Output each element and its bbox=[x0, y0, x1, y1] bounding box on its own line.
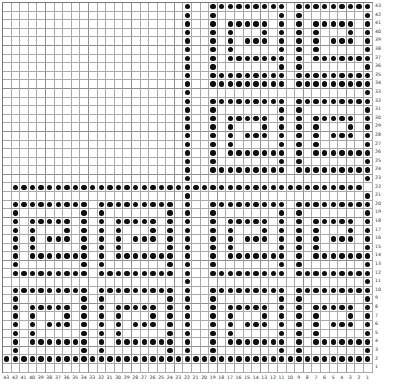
chart-cell bbox=[20, 63, 29, 72]
chart-cell bbox=[37, 287, 46, 296]
chart-cell bbox=[89, 244, 98, 253]
chart-cell bbox=[355, 46, 364, 55]
chart-cell bbox=[166, 252, 175, 261]
chart-cell bbox=[29, 244, 38, 253]
chart-cell bbox=[98, 235, 107, 244]
chart-cell bbox=[269, 55, 278, 64]
chart-cell bbox=[46, 269, 55, 278]
chart-cell bbox=[72, 183, 81, 192]
chart-cell bbox=[63, 244, 72, 253]
chart-cell bbox=[209, 244, 218, 253]
chart-cell bbox=[3, 226, 12, 235]
chart-cell bbox=[287, 123, 296, 132]
chart-cell bbox=[347, 158, 356, 167]
chart-cell bbox=[330, 261, 339, 270]
chart-cell bbox=[218, 89, 227, 98]
chart-cell bbox=[149, 20, 158, 29]
chart-cell bbox=[141, 3, 150, 12]
chart-cell bbox=[175, 29, 184, 38]
chart-cell bbox=[175, 355, 184, 364]
chart-cell bbox=[72, 63, 81, 72]
chart-cell bbox=[287, 80, 296, 89]
chart-cell bbox=[347, 46, 356, 55]
chart-cell bbox=[89, 89, 98, 98]
chart-cell bbox=[278, 89, 287, 98]
chart-cell bbox=[364, 149, 373, 158]
chart-cell bbox=[106, 347, 115, 356]
chart-cell bbox=[295, 312, 304, 321]
chart-cell bbox=[3, 364, 12, 373]
chart-cell bbox=[123, 175, 132, 184]
chart-cell bbox=[192, 330, 201, 339]
chart-cell bbox=[166, 235, 175, 244]
chart-cell bbox=[278, 321, 287, 330]
chart-cell bbox=[347, 347, 356, 356]
chart-cell bbox=[304, 106, 313, 115]
chart-cell bbox=[330, 278, 339, 287]
chart-cell bbox=[261, 330, 270, 339]
chart-cell bbox=[304, 29, 313, 38]
chart-cell bbox=[55, 132, 64, 141]
chart-cell bbox=[80, 278, 89, 287]
column-label: 9 bbox=[294, 375, 303, 380]
chart-cell bbox=[330, 235, 339, 244]
chart-cell bbox=[355, 312, 364, 321]
column-label: 39 bbox=[36, 375, 45, 380]
column-label: 29 bbox=[122, 375, 131, 380]
chart-cell bbox=[209, 330, 218, 339]
chart-cell bbox=[355, 63, 364, 72]
row-label: 6 bbox=[375, 320, 397, 329]
chart-cell bbox=[347, 20, 356, 29]
chart-cell bbox=[46, 63, 55, 72]
chart-cell bbox=[252, 269, 261, 278]
chart-cell bbox=[218, 80, 227, 89]
column-label: 10 bbox=[286, 375, 295, 380]
chart-cell bbox=[338, 123, 347, 132]
chart-cell bbox=[226, 192, 235, 201]
chart-cell bbox=[269, 29, 278, 38]
column-label: 8 bbox=[303, 375, 312, 380]
chart-cell bbox=[330, 141, 339, 150]
chart-cell bbox=[295, 175, 304, 184]
chart-cell bbox=[141, 149, 150, 158]
row-label: 22 bbox=[375, 183, 397, 192]
chart-cell bbox=[149, 89, 158, 98]
chart-cell bbox=[46, 89, 55, 98]
chart-cell bbox=[115, 209, 124, 218]
chart-cell bbox=[244, 29, 253, 38]
chart-cell bbox=[269, 218, 278, 227]
chart-cell bbox=[183, 132, 192, 141]
chart-cell bbox=[295, 192, 304, 201]
chart-cell bbox=[304, 261, 313, 270]
chart-cell bbox=[201, 209, 210, 218]
chart-cell bbox=[141, 330, 150, 339]
chart-cell bbox=[261, 158, 270, 167]
chart-cell bbox=[80, 20, 89, 29]
column-label: 6 bbox=[320, 375, 329, 380]
chart-cell bbox=[201, 37, 210, 46]
chart-cell bbox=[98, 244, 107, 253]
chart-cell bbox=[123, 89, 132, 98]
chart-cell bbox=[235, 209, 244, 218]
chart-cell bbox=[312, 192, 321, 201]
chart-cell bbox=[312, 63, 321, 72]
chart-cell bbox=[235, 192, 244, 201]
chart-cell bbox=[312, 355, 321, 364]
chart-cell bbox=[364, 278, 373, 287]
chart-cell bbox=[321, 235, 330, 244]
chart-cell bbox=[20, 235, 29, 244]
chart-cell bbox=[244, 115, 253, 124]
chart-cell bbox=[209, 98, 218, 107]
chart-cell bbox=[175, 330, 184, 339]
chart-cell bbox=[321, 364, 330, 373]
chart-cell bbox=[80, 80, 89, 89]
chart-cell bbox=[287, 106, 296, 115]
chart-cell bbox=[252, 141, 261, 150]
chart-cell bbox=[12, 106, 21, 115]
chart-cell bbox=[37, 330, 46, 339]
chart-cell bbox=[244, 209, 253, 218]
chart-cell bbox=[295, 166, 304, 175]
chart-cell bbox=[29, 98, 38, 107]
chart-cell bbox=[63, 46, 72, 55]
chart-cell bbox=[312, 201, 321, 210]
chart-cell bbox=[141, 106, 150, 115]
chart-cell bbox=[364, 304, 373, 313]
chart-cell bbox=[252, 115, 261, 124]
chart-cell bbox=[287, 278, 296, 287]
chart-cell bbox=[3, 218, 12, 227]
chart-cell bbox=[98, 261, 107, 270]
chart-cell bbox=[330, 304, 339, 313]
chart-cell bbox=[312, 304, 321, 313]
chart-cell bbox=[330, 80, 339, 89]
chart-cell bbox=[347, 72, 356, 81]
chart-cell bbox=[287, 3, 296, 12]
chart-cell bbox=[226, 269, 235, 278]
chart-cell bbox=[72, 347, 81, 356]
chart-cell bbox=[55, 226, 64, 235]
chart-cell bbox=[304, 209, 313, 218]
chart-cell bbox=[252, 330, 261, 339]
chart-cell bbox=[29, 278, 38, 287]
chart-cell bbox=[3, 89, 12, 98]
chart-cell bbox=[278, 106, 287, 115]
chart-cell bbox=[106, 72, 115, 81]
chart-cell bbox=[347, 115, 356, 124]
chart-cell bbox=[261, 106, 270, 115]
chart-cell bbox=[192, 149, 201, 158]
chart-cell bbox=[295, 98, 304, 107]
chart-cell bbox=[304, 226, 313, 235]
chart-cell bbox=[338, 80, 347, 89]
chart-cell bbox=[347, 364, 356, 373]
chart-cell bbox=[218, 115, 227, 124]
column-label: 7 bbox=[312, 375, 321, 380]
chart-cell bbox=[55, 183, 64, 192]
chart-cell bbox=[37, 98, 46, 107]
chart-cell bbox=[347, 304, 356, 313]
chart-cell bbox=[37, 166, 46, 175]
chart-cell bbox=[235, 3, 244, 12]
chart-cell bbox=[183, 261, 192, 270]
chart-cell bbox=[244, 312, 253, 321]
chart-cell bbox=[89, 295, 98, 304]
chart-cell bbox=[20, 175, 29, 184]
chart-cell bbox=[63, 278, 72, 287]
chart-cell bbox=[201, 269, 210, 278]
chart-cell bbox=[98, 321, 107, 330]
chart-cell bbox=[141, 312, 150, 321]
chart-cell bbox=[149, 115, 158, 124]
chart-cell bbox=[29, 115, 38, 124]
chart-cell bbox=[115, 158, 124, 167]
chart-cell bbox=[312, 141, 321, 150]
chart-cell bbox=[347, 29, 356, 38]
chart-cell bbox=[89, 149, 98, 158]
chart-cell bbox=[72, 98, 81, 107]
chart-cell bbox=[166, 158, 175, 167]
chart-cell bbox=[183, 89, 192, 98]
column-label: 20 bbox=[200, 375, 209, 380]
chart-cell bbox=[304, 364, 313, 373]
chart-cell bbox=[330, 123, 339, 132]
chart-cell bbox=[295, 183, 304, 192]
chart-cell bbox=[37, 209, 46, 218]
chart-cell bbox=[12, 98, 21, 107]
chart-cell bbox=[355, 158, 364, 167]
chart-cell bbox=[98, 201, 107, 210]
chart-cell bbox=[261, 37, 270, 46]
chart-cell bbox=[235, 72, 244, 81]
chart-cell bbox=[123, 338, 132, 347]
chart-cell bbox=[218, 261, 227, 270]
chart-cell bbox=[46, 132, 55, 141]
chart-cell bbox=[80, 209, 89, 218]
chart-cell bbox=[72, 141, 81, 150]
chart-cell bbox=[123, 37, 132, 46]
chart-cell bbox=[355, 175, 364, 184]
row-label: 32 bbox=[375, 97, 397, 106]
chart-cell bbox=[269, 80, 278, 89]
chart-cell bbox=[364, 12, 373, 21]
chart-cell bbox=[330, 29, 339, 38]
chart-cell bbox=[89, 141, 98, 150]
chart-cell bbox=[166, 347, 175, 356]
chart-cell bbox=[252, 192, 261, 201]
chart-cell bbox=[235, 261, 244, 270]
chart-cell bbox=[89, 123, 98, 132]
chart-cell bbox=[3, 166, 12, 175]
chart-cell bbox=[98, 209, 107, 218]
chart-cell bbox=[63, 295, 72, 304]
chart-cell bbox=[12, 192, 21, 201]
chart-cell bbox=[89, 106, 98, 115]
chart-cell bbox=[63, 218, 72, 227]
chart-cell bbox=[166, 201, 175, 210]
chart-cell bbox=[115, 123, 124, 132]
chart-cell bbox=[269, 226, 278, 235]
chart-cell bbox=[287, 72, 296, 81]
chart-cell bbox=[158, 226, 167, 235]
chart-cell bbox=[218, 183, 227, 192]
chart-cell bbox=[29, 46, 38, 55]
chart-cell bbox=[304, 287, 313, 296]
chart-cell bbox=[37, 364, 46, 373]
chart-cell bbox=[244, 55, 253, 64]
chart-cell bbox=[287, 226, 296, 235]
chart-cell bbox=[89, 347, 98, 356]
chart-cell bbox=[338, 46, 347, 55]
chart-cell bbox=[149, 72, 158, 81]
chart-cell bbox=[201, 278, 210, 287]
chart-cell bbox=[226, 226, 235, 235]
chart-cell bbox=[287, 244, 296, 253]
chart-cell bbox=[226, 252, 235, 261]
chart-cell bbox=[269, 63, 278, 72]
chart-cell bbox=[226, 158, 235, 167]
chart-cell bbox=[269, 252, 278, 261]
chart-cell bbox=[63, 192, 72, 201]
chart-cell bbox=[321, 347, 330, 356]
chart-cell bbox=[80, 226, 89, 235]
chart-cell bbox=[321, 321, 330, 330]
chart-cell bbox=[46, 141, 55, 150]
chart-cell bbox=[261, 201, 270, 210]
chart-cell bbox=[364, 158, 373, 167]
chart-cell bbox=[295, 80, 304, 89]
chart-cell bbox=[364, 261, 373, 270]
chart-cell bbox=[201, 63, 210, 72]
chart-cell bbox=[106, 269, 115, 278]
chart-cell bbox=[347, 55, 356, 64]
chart-cell bbox=[321, 287, 330, 296]
chart-cell bbox=[132, 29, 141, 38]
chart-cell bbox=[244, 141, 253, 150]
chart-cell bbox=[338, 37, 347, 46]
row-label: 34 bbox=[375, 79, 397, 88]
chart-cell bbox=[269, 132, 278, 141]
chart-cell bbox=[209, 72, 218, 81]
chart-cell bbox=[29, 166, 38, 175]
chart-cell bbox=[29, 63, 38, 72]
chart-cell bbox=[175, 3, 184, 12]
chart-cell bbox=[63, 141, 72, 150]
chart-cell bbox=[244, 149, 253, 158]
column-label: 3 bbox=[346, 375, 355, 380]
chart-cell bbox=[3, 3, 12, 12]
chart-cell bbox=[12, 347, 21, 356]
chart-cell bbox=[278, 226, 287, 235]
chart-cell bbox=[201, 89, 210, 98]
chart-cell bbox=[304, 312, 313, 321]
chart-cell bbox=[295, 218, 304, 227]
chart-cell bbox=[80, 175, 89, 184]
chart-cell bbox=[123, 235, 132, 244]
chart-cell bbox=[278, 132, 287, 141]
chart-cell bbox=[304, 330, 313, 339]
chart-cell bbox=[218, 338, 227, 347]
chart-cell bbox=[338, 347, 347, 356]
chart-cell bbox=[149, 338, 158, 347]
chart-cell bbox=[166, 149, 175, 158]
chart-cell bbox=[3, 295, 12, 304]
chart-cell bbox=[132, 278, 141, 287]
chart-cell bbox=[338, 330, 347, 339]
chart-cell bbox=[235, 55, 244, 64]
chart-cell bbox=[149, 209, 158, 218]
chart-cell bbox=[355, 183, 364, 192]
chart-cell bbox=[37, 235, 46, 244]
chart-cell bbox=[141, 261, 150, 270]
chart-cell bbox=[226, 123, 235, 132]
chart-cell bbox=[3, 46, 12, 55]
chart-cell bbox=[226, 80, 235, 89]
chart-cell bbox=[278, 20, 287, 29]
chart-cell bbox=[55, 364, 64, 373]
chart-cell bbox=[166, 295, 175, 304]
chart-cell bbox=[29, 183, 38, 192]
chart-cell bbox=[278, 304, 287, 313]
chart-cell bbox=[226, 37, 235, 46]
chart-cell bbox=[132, 218, 141, 227]
chart-cell bbox=[175, 80, 184, 89]
chart-cell bbox=[252, 72, 261, 81]
chart-cell bbox=[149, 287, 158, 296]
chart-cell bbox=[269, 37, 278, 46]
chart-cell bbox=[29, 149, 38, 158]
chart-cell bbox=[312, 123, 321, 132]
chart-cell bbox=[347, 80, 356, 89]
chart-cell bbox=[37, 115, 46, 124]
chart-cell bbox=[149, 235, 158, 244]
chart-cell bbox=[192, 37, 201, 46]
chart-cell bbox=[330, 106, 339, 115]
chart-cell bbox=[80, 12, 89, 21]
chart-cell bbox=[364, 201, 373, 210]
chart-cell bbox=[20, 295, 29, 304]
chart-cell bbox=[192, 106, 201, 115]
chart-cell bbox=[287, 166, 296, 175]
chart-cell bbox=[3, 355, 12, 364]
chart-cell bbox=[252, 235, 261, 244]
chart-cell bbox=[115, 226, 124, 235]
chart-cell bbox=[12, 166, 21, 175]
chart-cell bbox=[46, 55, 55, 64]
chart-cell bbox=[347, 63, 356, 72]
chart-cell bbox=[29, 158, 38, 167]
chart-cell bbox=[20, 218, 29, 227]
chart-cell bbox=[98, 304, 107, 313]
chart-cell bbox=[321, 46, 330, 55]
chart-cell bbox=[115, 115, 124, 124]
chart-cell bbox=[338, 244, 347, 253]
chart-cell bbox=[55, 37, 64, 46]
chart-cell bbox=[123, 106, 132, 115]
chart-cell bbox=[3, 269, 12, 278]
chart-cell bbox=[355, 338, 364, 347]
chart-cell bbox=[312, 347, 321, 356]
chart-cell bbox=[158, 46, 167, 55]
chart-cell bbox=[12, 364, 21, 373]
chart-cell bbox=[63, 347, 72, 356]
chart-cell bbox=[192, 201, 201, 210]
chart-cell bbox=[149, 278, 158, 287]
chart-cell bbox=[192, 55, 201, 64]
